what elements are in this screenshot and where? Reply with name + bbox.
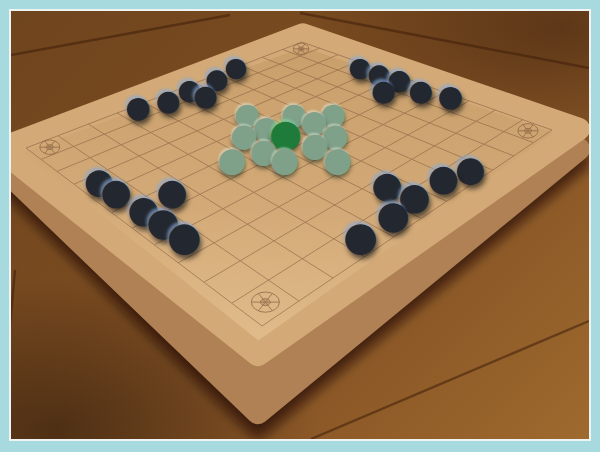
piece-attacker[interactable]: ● [455, 151, 486, 186]
piece-attacker[interactable]: ● [376, 196, 410, 235]
piece-attacker[interactable]: ● [167, 216, 202, 256]
piece-attacker[interactable]: ● [371, 76, 396, 105]
piece-attacker[interactable]: ● [408, 76, 433, 105]
piece-defender[interactable]: ● [217, 142, 247, 176]
pieces-layer: ●●●●●●●●●●●●●●●●●●●●●●●●●●●●●●●●●●●●● [11, 11, 589, 439]
piece-attacker[interactable]: ● [427, 161, 459, 197]
piece-attacker[interactable]: ● [156, 86, 181, 115]
piece-defender[interactable]: ● [270, 142, 300, 176]
piece-attacker[interactable]: ● [438, 82, 464, 112]
piece-attacker[interactable]: ● [193, 81, 218, 110]
photo-area: ●●●●●●●●●●●●●●●●●●●●●●●●●●●●●●●●●●●●● [9, 9, 591, 441]
piece-attacker[interactable]: ● [343, 216, 378, 256]
piece-attacker[interactable]: ● [125, 93, 151, 123]
framed-photo: ●●●●●●●●●●●●●●●●●●●●●●●●●●●●●●●●●●●●● [0, 0, 600, 452]
piece-defender[interactable]: ● [323, 142, 353, 176]
